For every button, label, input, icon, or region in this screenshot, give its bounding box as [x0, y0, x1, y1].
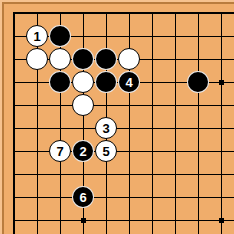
board-edge-shadow-top — [2, 2, 234, 4]
white-stone — [118, 48, 140, 70]
grid-vertical-line — [198, 12, 199, 234]
grid-vertical-line — [13, 12, 15, 234]
black-stone-move-4: 4 — [118, 71, 140, 93]
white-stone-move-5: 5 — [95, 140, 117, 162]
white-stone-move-3: 3 — [95, 117, 117, 139]
black-stone — [49, 71, 71, 93]
move-number-label: 3 — [102, 122, 109, 135]
grid-horizontal-line — [13, 105, 234, 106]
white-stone — [72, 71, 94, 93]
black-stone — [187, 71, 209, 93]
grid-horizontal-line — [13, 128, 234, 129]
white-stone — [49, 48, 71, 70]
move-number-label: 1 — [33, 30, 40, 43]
white-stone-move-7: 7 — [49, 140, 71, 162]
move-number-label: 5 — [102, 145, 109, 158]
white-stone — [26, 48, 48, 70]
grid-vertical-line — [221, 12, 222, 234]
black-stone — [72, 48, 94, 70]
grid-vertical-line — [152, 12, 153, 234]
move-number-label: 6 — [79, 191, 86, 204]
grid-horizontal-line — [13, 220, 234, 221]
star-point — [219, 218, 224, 223]
grid-vertical-line — [175, 12, 176, 234]
board-edge-shadow-left — [2, 2, 4, 234]
black-stone — [49, 25, 71, 47]
grid-horizontal-line — [13, 197, 234, 198]
move-number-label: 4 — [125, 76, 132, 89]
grid-horizontal-line — [13, 12, 234, 14]
grid-vertical-line — [129, 12, 130, 234]
white-stone — [72, 94, 94, 116]
go-board: 1437256 — [0, 0, 234, 234]
black-stone — [95, 48, 117, 70]
white-stone-move-1: 1 — [26, 25, 48, 47]
move-number-label: 2 — [79, 145, 86, 158]
black-stone-move-6: 6 — [72, 186, 94, 208]
grid-horizontal-line — [13, 174, 234, 175]
move-number-label: 7 — [56, 145, 63, 158]
grid-horizontal-line — [13, 151, 234, 152]
black-stone-move-2: 2 — [72, 140, 94, 162]
black-stone — [95, 71, 117, 93]
star-point — [81, 218, 86, 223]
star-point — [219, 80, 224, 85]
